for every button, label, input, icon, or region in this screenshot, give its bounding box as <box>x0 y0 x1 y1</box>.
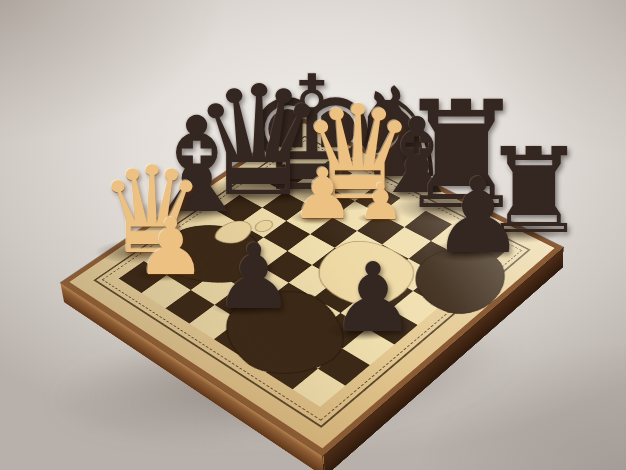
square-h3 <box>343 329 395 365</box>
damage-blob <box>204 276 367 392</box>
square-h7 <box>435 255 484 287</box>
square-b1 <box>142 275 191 308</box>
square-e2 <box>239 301 289 336</box>
square-d1 <box>189 305 239 340</box>
square-h5 <box>390 291 440 325</box>
square-g6 <box>386 258 435 291</box>
square-g1 <box>266 352 318 389</box>
square-g3 <box>316 313 367 348</box>
square-g5 <box>363 276 413 309</box>
square-f4 <box>314 279 364 312</box>
scene-3d <box>0 0 626 470</box>
square-h1 <box>292 368 345 406</box>
square-g4 <box>340 294 390 328</box>
square-e1 <box>214 320 265 355</box>
chess-board <box>61 119 563 456</box>
square-d3 <box>240 268 289 301</box>
square-f1 <box>239 336 291 372</box>
square-e4 <box>288 265 337 298</box>
square-h4 <box>367 309 418 344</box>
square-c2 <box>191 272 240 305</box>
square-c1 <box>165 290 215 324</box>
square-f2 <box>265 316 316 351</box>
square-e3 <box>264 283 314 317</box>
square-f5 <box>337 262 386 295</box>
board-top-face <box>61 119 563 456</box>
square-h2 <box>318 348 370 385</box>
board-border-mat <box>69 123 554 448</box>
square-d2 <box>215 286 265 320</box>
illustration-canvas: ♞♚♝♛♛♜♝♟♟♜♟♛♟♟♟ <box>0 0 626 470</box>
square-g2 <box>291 332 343 368</box>
square-f3 <box>290 298 340 332</box>
square-h6 <box>413 273 463 306</box>
